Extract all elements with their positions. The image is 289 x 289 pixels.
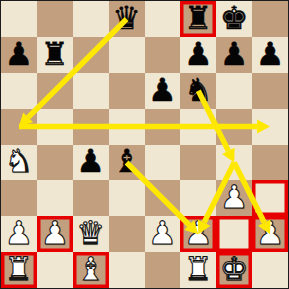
square-c7[interactable]: [73, 37, 109, 73]
square-h4[interactable]: [252, 145, 288, 181]
black-rook-b7[interactable]: ♜: [40, 38, 69, 70]
square-c8[interactable]: [73, 1, 109, 37]
square-a1[interactable]: ♜: [1, 252, 37, 288]
square-c2[interactable]: ♛: [73, 216, 109, 252]
square-f7[interactable]: ♟: [180, 37, 216, 73]
square-d2[interactable]: [109, 216, 145, 252]
white-rook-a1[interactable]: ♜: [5, 253, 34, 285]
square-a2[interactable]: ♟: [1, 216, 37, 252]
square-f1[interactable]: ♜: [180, 252, 216, 288]
square-b6[interactable]: [37, 73, 73, 109]
white-pawn-a2[interactable]: ♟: [5, 217, 34, 249]
square-g5[interactable]: [216, 109, 252, 145]
square-h7[interactable]: ♟: [252, 37, 288, 73]
square-h1[interactable]: [252, 252, 288, 288]
square-g2[interactable]: [216, 216, 252, 252]
square-g6[interactable]: [216, 73, 252, 109]
square-a5[interactable]: [1, 109, 37, 145]
square-e4[interactable]: [145, 145, 181, 181]
square-a8[interactable]: [1, 1, 37, 37]
white-king-g1[interactable]: ♚: [220, 253, 249, 285]
square-e5[interactable]: [145, 109, 181, 145]
square-g7[interactable]: ♟: [216, 37, 252, 73]
black-pawn-f7[interactable]: ♟: [184, 38, 213, 70]
square-a6[interactable]: [1, 73, 37, 109]
black-pawn-e6[interactable]: ♟: [148, 74, 177, 106]
black-queen-d8[interactable]: ♛: [112, 2, 141, 34]
black-rook-f8[interactable]: ♜: [184, 2, 213, 34]
square-b3[interactable]: [37, 180, 73, 216]
white-queen-c2[interactable]: ♛: [76, 217, 105, 249]
white-knight-a4[interactable]: ♞: [5, 145, 34, 177]
square-b2[interactable]: ♟: [37, 216, 73, 252]
square-c5[interactable]: [73, 109, 109, 145]
square-b5[interactable]: [37, 109, 73, 145]
square-h6[interactable]: [252, 73, 288, 109]
square-b7[interactable]: ♜: [37, 37, 73, 73]
square-a7[interactable]: ♟: [1, 37, 37, 73]
black-bishop-d4[interactable]: ♝: [112, 145, 141, 177]
square-d6[interactable]: [109, 73, 145, 109]
square-d5[interactable]: [109, 109, 145, 145]
chess-board: ♛♜♚♟♜♟♟♟♟♞♞♟♝♟♟♟♛♟♟♟♜♝♜♚: [0, 0, 289, 289]
white-rook-f1[interactable]: ♜: [184, 253, 213, 285]
square-d3[interactable]: [109, 180, 145, 216]
square-c6[interactable]: [73, 73, 109, 109]
square-e1[interactable]: [145, 252, 181, 288]
square-f6[interactable]: ♞: [180, 73, 216, 109]
black-pawn-h7[interactable]: ♟: [256, 38, 285, 70]
white-pawn-h2[interactable]: ♟: [256, 217, 285, 249]
black-knight-f6[interactable]: ♞: [184, 74, 213, 106]
black-king-g8[interactable]: ♚: [220, 2, 249, 34]
black-pawn-c4[interactable]: ♟: [76, 145, 105, 177]
square-h5[interactable]: [252, 109, 288, 145]
square-c3[interactable]: [73, 180, 109, 216]
square-h3[interactable]: [252, 180, 288, 216]
white-pawn-b2[interactable]: ♟: [40, 217, 69, 249]
square-h2[interactable]: ♟: [252, 216, 288, 252]
square-e6[interactable]: ♟: [145, 73, 181, 109]
square-e2[interactable]: ♟: [145, 216, 181, 252]
chess-board-app: ♛♜♚♟♜♟♟♟♟♞♞♟♝♟♟♟♛♟♟♟♜♝♜♚: [0, 0, 289, 289]
square-h8[interactable]: [252, 1, 288, 37]
square-g3[interactable]: ♟: [216, 180, 252, 216]
square-c1[interactable]: ♝: [73, 252, 109, 288]
white-pawn-f2[interactable]: ♟: [184, 217, 213, 249]
square-a3[interactable]: [1, 180, 37, 216]
square-g1[interactable]: ♚: [216, 252, 252, 288]
black-pawn-a7[interactable]: ♟: [5, 38, 34, 70]
white-pawn-e2[interactable]: ♟: [148, 217, 177, 249]
square-f3[interactable]: [180, 180, 216, 216]
square-b1[interactable]: [37, 252, 73, 288]
square-b8[interactable]: [37, 1, 73, 37]
black-pawn-g7[interactable]: ♟: [220, 38, 249, 70]
square-d7[interactable]: [109, 37, 145, 73]
square-f8[interactable]: ♜: [180, 1, 216, 37]
square-f5[interactable]: [180, 109, 216, 145]
square-c4[interactable]: ♟: [73, 145, 109, 181]
square-b4[interactable]: [37, 145, 73, 181]
square-e7[interactable]: [145, 37, 181, 73]
square-g8[interactable]: ♚: [216, 1, 252, 37]
white-bishop-c1[interactable]: ♝: [76, 253, 105, 285]
square-a4[interactable]: ♞: [1, 145, 37, 181]
square-e3[interactable]: [145, 180, 181, 216]
square-f2[interactable]: ♟: [180, 216, 216, 252]
square-d4[interactable]: ♝: [109, 145, 145, 181]
square-f4[interactable]: [180, 145, 216, 181]
square-d1[interactable]: [109, 252, 145, 288]
square-d8[interactable]: ♛: [109, 1, 145, 37]
square-g4[interactable]: [216, 145, 252, 181]
white-pawn-g3[interactable]: ♟: [220, 181, 249, 213]
square-e8[interactable]: [145, 1, 181, 37]
